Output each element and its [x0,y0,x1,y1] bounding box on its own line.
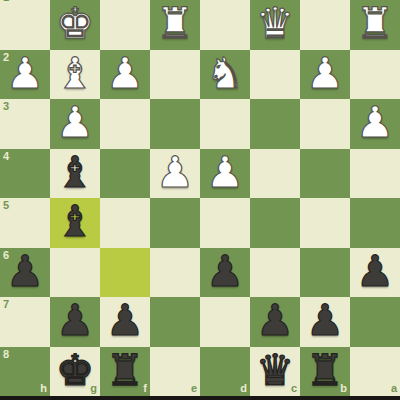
file-label-a: a [391,383,397,394]
file-label-h: h [40,383,47,394]
white-pawn[interactable]: ♟ [200,149,250,198]
square-e8[interactable]: e [150,347,200,397]
square-f3[interactable] [100,99,150,149]
file-label-f: f [143,383,147,394]
rank-label-7: 7 [3,299,9,310]
rank-label-1: 1 [3,0,9,3]
white-rook[interactable]: ♜ [350,0,400,49]
square-d8[interactable]: d [200,347,250,397]
square-b7[interactable]: ♟ [300,297,350,347]
square-e3[interactable] [150,99,200,149]
square-h3[interactable]: 3 [0,99,50,149]
black-pawn[interactable]: ♟ [350,248,400,297]
square-c6[interactable] [250,248,300,298]
square-c1[interactable]: ♛ [250,0,300,50]
white-pawn[interactable]: ♟ [350,99,400,148]
square-f1[interactable] [100,0,150,50]
black-pawn[interactable]: ♟ [50,297,100,346]
square-a7[interactable] [350,297,400,347]
square-f5[interactable] [100,198,150,248]
square-d3[interactable] [200,99,250,149]
square-h2[interactable]: ♟2 [0,50,50,100]
white-pawn[interactable]: ♟ [300,50,350,99]
rank-label-5: 5 [3,200,9,211]
white-pawn[interactable]: ♟ [50,99,100,148]
square-f8[interactable]: ♜f [100,347,150,397]
square-b5[interactable] [300,198,350,248]
square-h8[interactable]: 8h [0,347,50,397]
black-bishop[interactable]: ♝ [50,198,100,247]
square-c4[interactable] [250,149,300,199]
rank-label-4: 4 [3,151,9,162]
square-h1[interactable]: 1 [0,0,50,50]
square-b6[interactable] [300,248,350,298]
black-bishop[interactable]: ♝ [50,149,100,198]
square-g2[interactable]: ♝ [50,50,100,100]
square-c7[interactable]: ♟ [250,297,300,347]
square-a1[interactable]: ♜ [350,0,400,50]
square-g8[interactable]: ♚g [50,347,100,397]
square-g1[interactable]: ♚ [50,0,100,50]
white-queen[interactable]: ♛ [250,0,300,49]
board-container: 1♚♜♛♜♟2♝♟♞♟3♟♟4♝♟♟5♝♟6♟♟7♟♟♟♟8h♚g♜fed♛c♜… [0,0,400,400]
rank-label-6: 6 [3,250,9,261]
square-e7[interactable] [150,297,200,347]
square-f7[interactable]: ♟ [100,297,150,347]
square-g3[interactable]: ♟ [50,99,100,149]
white-rook[interactable]: ♜ [150,0,200,49]
file-label-d: d [240,383,247,394]
square-c5[interactable] [250,198,300,248]
square-c2[interactable] [250,50,300,100]
white-knight[interactable]: ♞ [200,50,250,99]
square-b2[interactable]: ♟ [300,50,350,100]
square-a8[interactable]: a [350,347,400,397]
square-e1[interactable]: ♜ [150,0,200,50]
square-b4[interactable] [300,149,350,199]
square-b3[interactable] [300,99,350,149]
square-a2[interactable] [350,50,400,100]
square-g5[interactable]: ♝ [50,198,100,248]
white-pawn[interactable]: ♟ [150,149,200,198]
file-label-b: b [340,383,347,394]
chess-board: 1♚♜♛♜♟2♝♟♞♟3♟♟4♝♟♟5♝♟6♟♟7♟♟♟♟8h♚g♜fed♛c♜… [0,0,400,396]
rank-label-3: 3 [3,101,9,112]
square-b8[interactable]: ♜b [300,347,350,397]
square-h6[interactable]: ♟6 [0,248,50,298]
white-bishop[interactable]: ♝ [50,50,100,99]
square-a3[interactable]: ♟ [350,99,400,149]
white-pawn[interactable]: ♟ [100,50,150,99]
file-label-g: g [90,383,97,394]
square-d2[interactable]: ♞ [200,50,250,100]
square-h4[interactable]: 4 [0,149,50,199]
square-f4[interactable] [100,149,150,199]
file-label-c: c [291,383,297,394]
square-d1[interactable] [200,0,250,50]
square-g4[interactable]: ♝ [50,149,100,199]
square-a6[interactable]: ♟ [350,248,400,298]
rank-label-2: 2 [3,52,9,63]
square-a5[interactable] [350,198,400,248]
square-d6[interactable]: ♟ [200,248,250,298]
square-h5[interactable]: 5 [0,198,50,248]
square-c3[interactable] [250,99,300,149]
black-pawn[interactable]: ♟ [250,297,300,346]
square-g6[interactable] [50,248,100,298]
bottom-bar [0,396,400,400]
square-d4[interactable]: ♟ [200,149,250,199]
square-a4[interactable] [350,149,400,199]
square-d5[interactable] [200,198,250,248]
white-king[interactable]: ♚ [50,0,100,49]
file-label-e: e [191,383,197,394]
square-e6[interactable] [150,248,200,298]
black-pawn[interactable]: ♟ [300,297,350,346]
square-g7[interactable]: ♟ [50,297,100,347]
square-c8[interactable]: ♛c [250,347,300,397]
square-h7[interactable]: 7 [0,297,50,347]
square-f6[interactable] [100,248,150,298]
black-pawn[interactable]: ♟ [200,248,250,297]
square-e2[interactable] [150,50,200,100]
square-b1[interactable] [300,0,350,50]
square-e4[interactable]: ♟ [150,149,200,199]
square-d7[interactable] [200,297,250,347]
black-pawn[interactable]: ♟ [100,297,150,346]
square-f2[interactable]: ♟ [100,50,150,100]
square-e5[interactable] [150,198,200,248]
rank-label-8: 8 [3,349,9,360]
